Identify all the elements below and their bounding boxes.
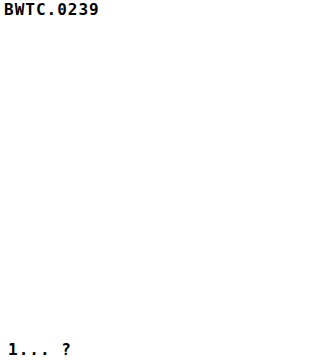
chess-board: [0, 20, 320, 340]
move-prompt: 1... ?: [0, 340, 320, 360]
puzzle-id: BWTC.0239: [0, 0, 320, 20]
